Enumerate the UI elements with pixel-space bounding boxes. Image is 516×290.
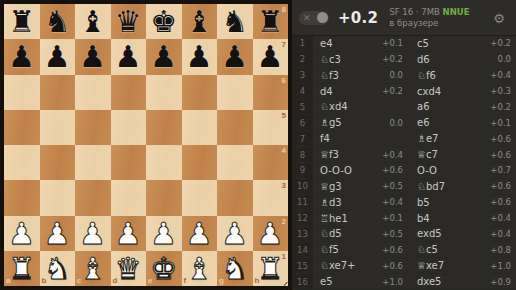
engine-eval: +0.2 xyxy=(338,9,378,27)
square-d7[interactable]: ♟ xyxy=(111,39,147,74)
move-row-12: 12♖he1+0.1b4+0.4 xyxy=(292,211,516,227)
square-a6[interactable] xyxy=(4,75,40,110)
move-row-10: 10♕g3+0.5♘bd7+0.6 xyxy=(292,179,516,195)
black-move[interactable]: c5 xyxy=(408,38,478,49)
square-e8[interactable]: ♚ xyxy=(146,4,182,39)
square-h7[interactable]: ♟7 xyxy=(253,39,289,74)
board-resize-handle[interactable] xyxy=(284,282,292,290)
black-move[interactable]: ♘c5 xyxy=(408,244,478,255)
engine-name: SF 16 · 7MB xyxy=(389,7,439,17)
move-row-13: 13♘d5+0.5exd5+0.4 xyxy=(292,227,516,243)
move-number: 5 xyxy=(292,100,313,115)
white-queen[interactable]: ♛ xyxy=(111,251,147,286)
square-c1[interactable]: ♝c xyxy=(75,251,111,286)
square-e5[interactable] xyxy=(146,110,182,145)
white-pawn[interactable]: ♟ xyxy=(146,216,182,251)
square-f2[interactable]: ♟ xyxy=(182,216,218,251)
white-move[interactable]: ♗d3 xyxy=(313,197,375,208)
chess-board: ♜♞♝♛♚♝♞♜8♟♟♟♟♟♟♟♟76543♟♟♟♟♟♟♟♟2♜a♞b♝c♛d♚… xyxy=(0,0,292,290)
black-knight[interactable]: ♞ xyxy=(217,4,253,39)
white-pawn[interactable]: ♟ xyxy=(253,216,289,251)
square-d5[interactable] xyxy=(111,110,147,145)
square-e4[interactable] xyxy=(146,145,182,180)
white-move[interactable]: e5 xyxy=(313,276,375,287)
toggle-off-icon: ✕ xyxy=(303,12,311,24)
rank-label-5: 5 xyxy=(282,111,286,120)
square-g4[interactable] xyxy=(217,145,253,180)
white-move[interactable]: ♘c3 xyxy=(313,54,375,65)
white-move-eval: +0.4 xyxy=(375,197,408,207)
square-f8[interactable]: ♝ xyxy=(182,4,218,39)
white-move[interactable]: ♗g5 xyxy=(313,117,375,128)
move-number: 16 xyxy=(292,274,313,289)
black-move[interactable]: ♕c7 xyxy=(408,149,478,160)
square-d2[interactable]: ♟ xyxy=(111,216,147,251)
move-row-16: 16e5+1.0dxe5+0.9 xyxy=(292,274,516,290)
white-rook[interactable]: ♜ xyxy=(253,251,289,286)
white-move[interactable]: d4 xyxy=(313,86,375,97)
rank-label-4: 4 xyxy=(282,146,286,155)
white-move[interactable]: O-O-O xyxy=(313,165,375,176)
white-move[interactable]: ♖he1 xyxy=(313,213,375,224)
black-move-eval: +0.4 xyxy=(478,229,516,239)
black-move-eval: +1.0 xyxy=(478,261,516,271)
rank-label-6: 6 xyxy=(282,76,286,85)
move-number: 1 xyxy=(292,36,313,51)
black-move-eval: +0.6 xyxy=(478,134,516,144)
move-number: 4 xyxy=(292,84,313,99)
white-pawn[interactable]: ♟ xyxy=(217,216,253,251)
move-row-2: 2♘c3+0.2d60.0 xyxy=(292,52,516,68)
square-f7[interactable]: ♟ xyxy=(182,39,218,74)
square-e2[interactable]: ♟ xyxy=(146,216,182,251)
black-move[interactable]: a6 xyxy=(408,101,478,112)
square-f4[interactable] xyxy=(182,145,218,180)
square-h1[interactable]: ♜1h xyxy=(253,251,289,286)
black-move[interactable]: ♗e7 xyxy=(408,133,478,144)
square-c4[interactable] xyxy=(75,145,111,180)
square-g8[interactable]: ♞ xyxy=(217,4,253,39)
move-number: 2 xyxy=(292,52,313,67)
black-move-eval: +0.6 xyxy=(478,197,516,207)
move-row-9: 9O-O-O+0.6O-O+0.7 xyxy=(292,163,516,179)
black-move-eval: +0.3 xyxy=(478,86,516,96)
black-move[interactable]: dxe5 xyxy=(408,276,478,287)
square-d8[interactable]: ♛ xyxy=(111,4,147,39)
move-number: 15 xyxy=(292,258,313,273)
engine-location: в браузере xyxy=(389,18,469,29)
black-move[interactable]: ♕xe7 xyxy=(408,260,478,271)
move-number: 9 xyxy=(292,163,313,178)
square-b2[interactable]: ♟ xyxy=(40,216,76,251)
move-row-7: 7f4♗e7+0.6 xyxy=(292,131,516,147)
black-move[interactable]: cxd4 xyxy=(408,86,478,97)
black-queen[interactable]: ♛ xyxy=(111,4,147,39)
black-move-eval: +0.6 xyxy=(478,150,516,160)
black-move[interactable]: ♘bd7 xyxy=(408,181,478,192)
engine-header: ✕ +0.2 SF 16 · 7MB NNUE в браузере ⚙ xyxy=(292,0,516,36)
black-move-eval: +0.7 xyxy=(478,165,516,175)
square-b4[interactable] xyxy=(40,145,76,180)
square-h4[interactable]: 4 xyxy=(253,145,289,180)
square-e7[interactable]: ♟ xyxy=(146,39,182,74)
black-pawn[interactable]: ♟ xyxy=(4,39,40,74)
black-move[interactable]: ♘f6 xyxy=(408,70,478,81)
board-grid: ♜♞♝♛♚♝♞♜8♟♟♟♟♟♟♟♟76543♟♟♟♟♟♟♟♟2♜a♞b♝c♛d♚… xyxy=(4,4,288,286)
square-b6[interactable] xyxy=(40,75,76,110)
square-c7[interactable]: ♟ xyxy=(75,39,111,74)
square-a5[interactable] xyxy=(4,110,40,145)
white-pawn[interactable]: ♟ xyxy=(75,216,111,251)
square-g7[interactable]: ♟ xyxy=(217,39,253,74)
square-d1[interactable]: ♛d xyxy=(111,251,147,286)
white-move-eval: +0.5 xyxy=(375,229,408,239)
square-b1[interactable]: ♞b xyxy=(40,251,76,286)
square-d4[interactable] xyxy=(111,145,147,180)
black-knight[interactable]: ♞ xyxy=(40,4,76,39)
black-move[interactable]: b5 xyxy=(408,197,478,208)
move-row-8: 8♕f3+0.4♕c7+0.6 xyxy=(292,147,516,163)
black-move-eval: 0.0 xyxy=(478,54,516,64)
square-a3[interactable] xyxy=(4,180,40,215)
black-move[interactable]: b4 xyxy=(408,213,478,224)
square-c8[interactable]: ♝ xyxy=(75,4,111,39)
white-move-eval: +0.2 xyxy=(375,54,408,64)
black-move-eval: +0.9 xyxy=(478,277,516,287)
square-g1[interactable]: ♞g xyxy=(217,251,253,286)
move-number: 8 xyxy=(292,147,313,162)
move-row-4: 4d4+0.2cxd4+0.3 xyxy=(292,84,516,100)
white-knight[interactable]: ♞ xyxy=(40,251,76,286)
white-pawn[interactable]: ♟ xyxy=(40,216,76,251)
square-b5[interactable] xyxy=(40,110,76,145)
white-move[interactable]: ♕g3 xyxy=(313,181,375,192)
square-c2[interactable]: ♟ xyxy=(75,216,111,251)
black-king[interactable]: ♚ xyxy=(146,4,182,39)
black-move-eval: +0.2 xyxy=(478,38,516,48)
black-move[interactable]: exd5 xyxy=(408,228,478,239)
black-move-eval: +0.1 xyxy=(478,118,516,128)
move-list: 1e4+0.1c5+0.22♘c3+0.2d60.03♘f30.0♘f6+0.4… xyxy=(292,36,516,290)
move-number: 6 xyxy=(292,115,313,130)
white-move-eval: 0.0 xyxy=(375,118,408,128)
square-g6[interactable] xyxy=(217,75,253,110)
white-pawn[interactable]: ♟ xyxy=(182,216,218,251)
white-king[interactable]: ♚ xyxy=(146,251,182,286)
settings-gear-icon[interactable]: ⚙ xyxy=(493,10,505,25)
square-c5[interactable] xyxy=(75,110,111,145)
black-move-eval: +0.2 xyxy=(478,102,516,112)
move-number: 3 xyxy=(292,68,313,83)
white-pawn[interactable]: ♟ xyxy=(111,216,147,251)
move-row-14: 14♘f5+0.6♘c5+0.8 xyxy=(292,242,516,258)
move-row-6: 6♗g50.0e6+0.1 xyxy=(292,115,516,131)
black-pawn[interactable]: ♟ xyxy=(182,39,218,74)
black-bishop[interactable]: ♝ xyxy=(182,4,218,39)
white-move-eval: +0.4 xyxy=(375,150,408,160)
black-move-eval: +0.8 xyxy=(478,245,516,255)
white-move-eval: +0.5 xyxy=(375,181,408,191)
square-f6[interactable] xyxy=(182,75,218,110)
square-d6[interactable] xyxy=(111,75,147,110)
white-move-eval: +0.6 xyxy=(375,165,408,175)
white-move[interactable]: ♘xd4 xyxy=(313,101,375,112)
square-h8[interactable]: ♜8 xyxy=(253,4,289,39)
square-c3[interactable] xyxy=(75,180,111,215)
white-bishop[interactable]: ♝ xyxy=(182,251,218,286)
white-move[interactable]: ♘xe7+ xyxy=(313,260,375,271)
square-e6[interactable] xyxy=(146,75,182,110)
black-pawn[interactable]: ♟ xyxy=(146,39,182,74)
black-move[interactable]: O-O xyxy=(408,165,478,176)
move-number: 7 xyxy=(292,131,313,146)
move-number: 10 xyxy=(292,179,313,194)
engine-meta: SF 16 · 7MB NNUE в браузере xyxy=(389,7,469,28)
square-f5[interactable] xyxy=(182,110,218,145)
white-move[interactable]: ♘f3 xyxy=(313,70,375,81)
square-d3[interactable] xyxy=(111,180,147,215)
black-move[interactable]: d6 xyxy=(408,54,478,65)
square-g3[interactable] xyxy=(217,180,253,215)
black-move-eval: +0.6 xyxy=(478,181,516,191)
toggle-knob[interactable] xyxy=(317,12,328,23)
square-a2[interactable]: ♟ xyxy=(4,216,40,251)
white-move-eval: +0.6 xyxy=(375,261,408,271)
move-row-15: 15♘xe7++0.6♕xe7+1.0 xyxy=(292,258,516,274)
black-move[interactable]: e6 xyxy=(408,117,478,128)
move-row-1: 1e4+0.1c5+0.2 xyxy=(292,36,516,52)
black-pawn[interactable]: ♟ xyxy=(40,39,76,74)
move-number: 11 xyxy=(292,195,313,210)
square-h5[interactable]: 5 xyxy=(253,110,289,145)
rank-label-3: 3 xyxy=(282,181,286,190)
black-pawn[interactable]: ♟ xyxy=(217,39,253,74)
white-move-eval: +0.2 xyxy=(375,86,408,96)
white-move[interactable]: f4 xyxy=(313,133,375,144)
square-b3[interactable] xyxy=(40,180,76,215)
black-bishop[interactable]: ♝ xyxy=(75,4,111,39)
white-pawn[interactable]: ♟ xyxy=(4,216,40,251)
black-move-eval: +0.4 xyxy=(478,70,516,80)
white-knight[interactable]: ♞ xyxy=(217,251,253,286)
engine-toggle[interactable]: ✕ xyxy=(299,11,329,25)
square-b7[interactable]: ♟ xyxy=(40,39,76,74)
move-number: 12 xyxy=(292,211,313,226)
move-number: 13 xyxy=(292,227,313,242)
square-h2[interactable]: ♟2 xyxy=(253,216,289,251)
white-bishop[interactable]: ♝ xyxy=(75,251,111,286)
black-rook[interactable]: ♜ xyxy=(4,4,40,39)
white-move[interactable]: ♘f5 xyxy=(313,244,375,255)
move-number: 14 xyxy=(292,242,313,257)
white-move[interactable]: ♕f3 xyxy=(313,149,375,160)
square-f3[interactable] xyxy=(182,180,218,215)
move-row-11: 11♗d3+0.4b5+0.6 xyxy=(292,195,516,211)
square-a8[interactable]: ♜ xyxy=(4,4,40,39)
move-row-3: 3♘f30.0♘f6+0.4 xyxy=(292,68,516,84)
black-move-eval: +0.4 xyxy=(478,213,516,223)
square-g5[interactable] xyxy=(217,110,253,145)
black-rook[interactable]: ♜ xyxy=(253,4,289,39)
square-a1[interactable]: ♜a xyxy=(4,251,40,286)
black-pawn[interactable]: ♟ xyxy=(75,39,111,74)
move-row-5: 5♘xd4a6+0.2 xyxy=(292,100,516,116)
white-move[interactable]: ♘d5 xyxy=(313,228,375,239)
square-e3[interactable] xyxy=(146,180,182,215)
square-g2[interactable]: ♟ xyxy=(217,216,253,251)
square-a7[interactable]: ♟ xyxy=(4,39,40,74)
square-f1[interactable]: ♝f xyxy=(182,251,218,286)
white-move-eval: +0.6 xyxy=(375,245,408,255)
nnue-badge: NNUE xyxy=(443,7,470,17)
square-a4[interactable] xyxy=(4,145,40,180)
white-move-eval: +0.1 xyxy=(375,213,408,223)
square-b8[interactable]: ♞ xyxy=(40,4,76,39)
square-c6[interactable] xyxy=(75,75,111,110)
black-pawn[interactable]: ♟ xyxy=(111,39,147,74)
white-move-eval: +0.1 xyxy=(375,38,408,48)
white-move-eval: +1.0 xyxy=(375,277,408,287)
engine-panel: ✕ +0.2 SF 16 · 7MB NNUE в браузере ⚙ 1e4… xyxy=(292,0,516,290)
white-move-eval: 0.0 xyxy=(375,70,408,80)
white-rook[interactable]: ♜ xyxy=(4,251,40,286)
white-move[interactable]: e4 xyxy=(313,38,375,49)
square-e1[interactable]: ♚e xyxy=(146,251,182,286)
black-pawn[interactable]: ♟ xyxy=(253,39,289,74)
square-h6[interactable]: 6 xyxy=(253,75,289,110)
square-h3[interactable]: 3 xyxy=(253,180,289,215)
